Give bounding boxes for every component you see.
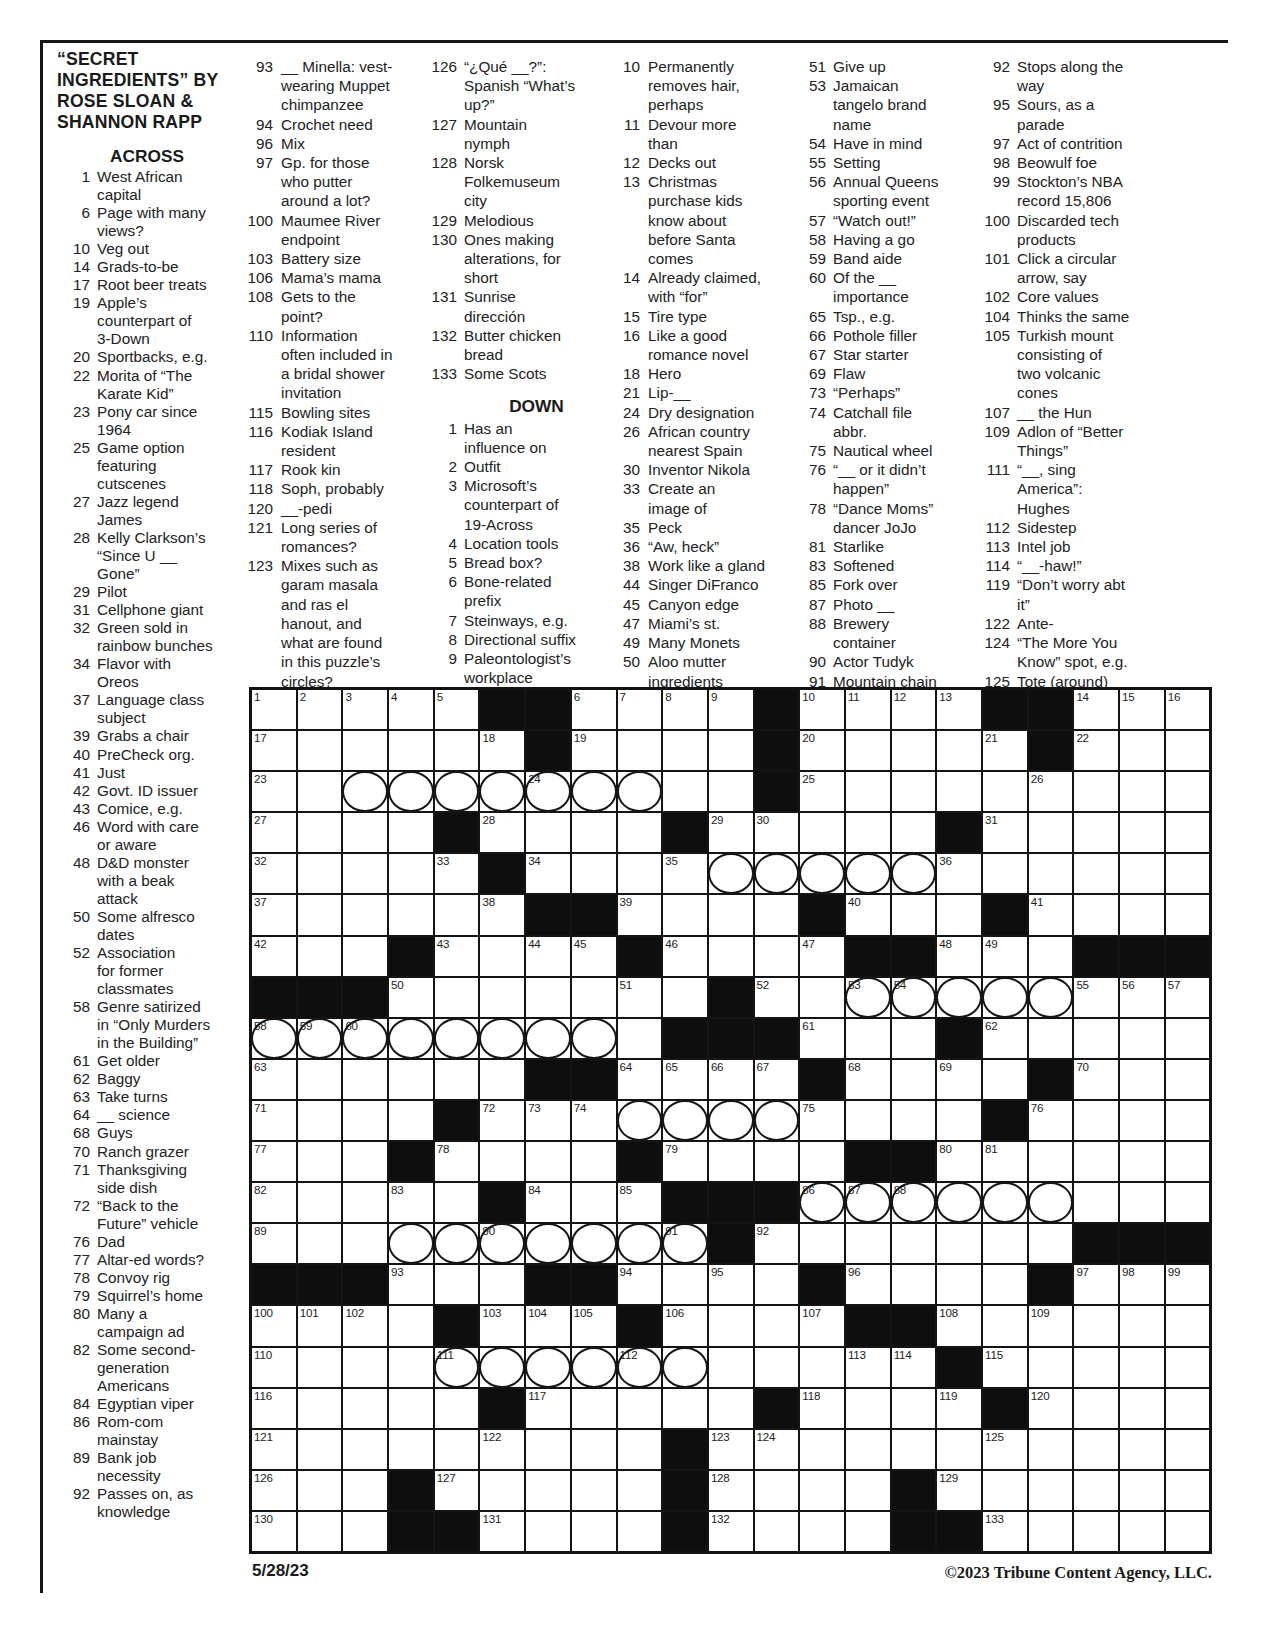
grid-cell-r15c16[interactable] — [937, 1265, 981, 1304]
grid-cell-r9c4[interactable] — [389, 1019, 433, 1058]
grid-cell-r1c2[interactable]: 2 — [298, 690, 342, 729]
grid-cell-r1c11[interactable]: 9 — [709, 690, 753, 729]
grid-cell-r4c14[interactable] — [846, 813, 890, 852]
grid-cell-r1c4[interactable]: 4 — [389, 690, 433, 729]
grid-cell-r18c3[interactable] — [343, 1389, 387, 1428]
grid-cell-r19c3[interactable] — [343, 1430, 387, 1469]
grid-cell-r8c7[interactable] — [526, 978, 570, 1017]
grid-cell-r8c18[interactable] — [1029, 978, 1073, 1017]
grid-cell-r5c11[interactable] — [709, 854, 753, 893]
grid-cell-r12c10[interactable]: 79 — [663, 1142, 707, 1181]
grid-cell-r17c17[interactable]: 115 — [983, 1348, 1027, 1387]
grid-cell-r9c6[interactable] — [480, 1019, 524, 1058]
grid-cell-r2c15[interactable] — [892, 731, 936, 770]
grid-cell-r16c12[interactable] — [755, 1306, 799, 1345]
grid-cell-r9c17[interactable]: 62 — [983, 1019, 1027, 1058]
grid-cell-r13c1[interactable]: 82 — [252, 1183, 296, 1222]
grid-cell-r20c3[interactable] — [343, 1471, 387, 1510]
grid-cell-r5c16[interactable]: 36 — [937, 854, 981, 893]
grid-cell-r17c21[interactable] — [1166, 1348, 1210, 1387]
grid-cell-r11c16[interactable] — [937, 1101, 981, 1140]
grid-cell-r10c10[interactable]: 65 — [663, 1060, 707, 1099]
grid-cell-r16c17[interactable] — [983, 1306, 1027, 1345]
grid-cell-r2c13[interactable]: 20 — [800, 731, 844, 770]
grid-cell-r9c18[interactable] — [1029, 1019, 1073, 1058]
grid-cell-r10c11[interactable]: 66 — [709, 1060, 753, 1099]
grid-cell-r1c9[interactable]: 7 — [618, 690, 662, 729]
grid-cell-r20c14[interactable] — [846, 1471, 890, 1510]
grid-cell-r16c13[interactable]: 107 — [800, 1306, 844, 1345]
grid-cell-r2c17[interactable]: 21 — [983, 731, 1027, 770]
grid-cell-r3c4[interactable] — [389, 772, 433, 811]
grid-cell-r16c3[interactable]: 102 — [343, 1306, 387, 1345]
grid-cell-r20c2[interactable] — [298, 1471, 342, 1510]
grid-cell-r19c6[interactable]: 122 — [480, 1430, 524, 1469]
grid-cell-r9c3[interactable]: 60 — [343, 1019, 387, 1058]
grid-cell-r13c13[interactable]: 86 — [800, 1183, 844, 1222]
grid-cell-r6c18[interactable]: 41 — [1029, 895, 1073, 934]
grid-cell-r15c12[interactable] — [755, 1265, 799, 1304]
grid-cell-r3c14[interactable] — [846, 772, 890, 811]
grid-cell-r12c19[interactable] — [1074, 1142, 1118, 1181]
grid-cell-r19c14[interactable] — [846, 1430, 890, 1469]
grid-cell-r21c18[interactable] — [1029, 1512, 1073, 1551]
grid-cell-r14c13[interactable] — [800, 1224, 844, 1263]
grid-cell-r8c6[interactable] — [480, 978, 524, 1017]
grid-cell-r11c21[interactable] — [1166, 1101, 1210, 1140]
grid-cell-r1c3[interactable]: 3 — [343, 690, 387, 729]
grid-cell-r11c18[interactable]: 76 — [1029, 1101, 1073, 1140]
grid-cell-r14c3[interactable] — [343, 1224, 387, 1263]
grid-cell-r19c16[interactable] — [937, 1430, 981, 1469]
grid-cell-r14c2[interactable] — [298, 1224, 342, 1263]
grid-cell-r18c13[interactable]: 118 — [800, 1389, 844, 1428]
grid-cell-r5c5[interactable]: 33 — [435, 854, 479, 893]
grid-cell-r20c1[interactable]: 126 — [252, 1471, 296, 1510]
grid-cell-r21c14[interactable] — [846, 1512, 890, 1551]
grid-cell-r11c6[interactable]: 72 — [480, 1101, 524, 1140]
grid-cell-r13c15[interactable]: 88 — [892, 1183, 936, 1222]
grid-cell-r21c7[interactable] — [526, 1512, 570, 1551]
grid-cell-r11c14[interactable] — [846, 1101, 890, 1140]
grid-cell-r3c17[interactable] — [983, 772, 1027, 811]
grid-cell-r7c11[interactable] — [709, 937, 753, 976]
grid-cell-r18c20[interactable] — [1120, 1389, 1164, 1428]
grid-cell-r20c5[interactable]: 127 — [435, 1471, 479, 1510]
grid-cell-r10c17[interactable] — [983, 1060, 1027, 1099]
grid-cell-r19c15[interactable] — [892, 1430, 936, 1469]
grid-cell-r8c21[interactable]: 57 — [1166, 978, 1210, 1017]
grid-cell-r1c15[interactable]: 12 — [892, 690, 936, 729]
grid-cell-r9c2[interactable]: 59 — [298, 1019, 342, 1058]
grid-cell-r20c8[interactable] — [572, 1471, 616, 1510]
grid-cell-r18c8[interactable] — [572, 1389, 616, 1428]
grid-cell-r18c9[interactable] — [618, 1389, 662, 1428]
grid-cell-r19c17[interactable]: 125 — [983, 1430, 1027, 1469]
grid-cell-r12c18[interactable] — [1029, 1142, 1073, 1181]
grid-cell-r3c10[interactable] — [663, 772, 707, 811]
grid-cell-r11c1[interactable]: 71 — [252, 1101, 296, 1140]
grid-cell-r16c16[interactable]: 108 — [937, 1306, 981, 1345]
grid-cell-r4c11[interactable]: 29 — [709, 813, 753, 852]
grid-cell-r5c9[interactable] — [618, 854, 662, 893]
grid-cell-r17c19[interactable] — [1074, 1348, 1118, 1387]
grid-cell-r6c2[interactable] — [298, 895, 342, 934]
grid-cell-r18c18[interactable]: 120 — [1029, 1389, 1073, 1428]
grid-cell-r13c18[interactable] — [1029, 1183, 1073, 1222]
grid-cell-r6c11[interactable] — [709, 895, 753, 934]
grid-cell-r13c3[interactable] — [343, 1183, 387, 1222]
grid-cell-r4c8[interactable] — [572, 813, 616, 852]
grid-cell-r18c19[interactable] — [1074, 1389, 1118, 1428]
grid-cell-r20c9[interactable] — [618, 1471, 662, 1510]
grid-cell-r18c21[interactable] — [1166, 1389, 1210, 1428]
crossword-grid[interactable]: 1234567891011121314151617181920212223242… — [249, 687, 1212, 1554]
grid-cell-r5c10[interactable]: 35 — [663, 854, 707, 893]
grid-cell-r6c10[interactable] — [663, 895, 707, 934]
grid-cell-r7c8[interactable]: 45 — [572, 937, 616, 976]
grid-cell-r7c5[interactable]: 43 — [435, 937, 479, 976]
grid-cell-r6c20[interactable] — [1120, 895, 1164, 934]
grid-cell-r4c18[interactable] — [1029, 813, 1073, 852]
grid-cell-r6c6[interactable]: 38 — [480, 895, 524, 934]
grid-cell-r2c11[interactable] — [709, 731, 753, 770]
grid-cell-r9c8[interactable] — [572, 1019, 616, 1058]
grid-cell-r10c9[interactable]: 64 — [618, 1060, 662, 1099]
grid-cell-r12c16[interactable]: 80 — [937, 1142, 981, 1181]
grid-cell-r15c17[interactable] — [983, 1265, 1027, 1304]
grid-cell-r18c5[interactable] — [435, 1389, 479, 1428]
grid-cell-r12c13[interactable] — [800, 1142, 844, 1181]
grid-cell-r8c20[interactable]: 56 — [1120, 978, 1164, 1017]
grid-cell-r15c20[interactable]: 98 — [1120, 1265, 1164, 1304]
grid-cell-r15c15[interactable] — [892, 1265, 936, 1304]
grid-cell-r16c20[interactable] — [1120, 1306, 1164, 1345]
grid-cell-r11c12[interactable] — [755, 1101, 799, 1140]
grid-cell-r9c5[interactable] — [435, 1019, 479, 1058]
grid-cell-r10c5[interactable] — [435, 1060, 479, 1099]
grid-cell-r6c16[interactable] — [937, 895, 981, 934]
grid-cell-r1c21[interactable]: 16 — [1166, 690, 1210, 729]
grid-cell-r3c20[interactable] — [1120, 772, 1164, 811]
grid-cell-r3c3[interactable] — [343, 772, 387, 811]
grid-cell-r15c9[interactable]: 94 — [618, 1265, 662, 1304]
grid-cell-r17c15[interactable]: 114 — [892, 1348, 936, 1387]
grid-cell-r1c13[interactable]: 10 — [800, 690, 844, 729]
grid-cell-r13c4[interactable]: 83 — [389, 1183, 433, 1222]
grid-cell-r11c13[interactable]: 75 — [800, 1101, 844, 1140]
grid-cell-r6c14[interactable]: 40 — [846, 895, 890, 934]
grid-cell-r19c12[interactable]: 124 — [755, 1430, 799, 1469]
grid-cell-r3c1[interactable]: 23 — [252, 772, 296, 811]
grid-cell-r20c19[interactable] — [1074, 1471, 1118, 1510]
grid-cell-r18c14[interactable] — [846, 1389, 890, 1428]
grid-cell-r4c19[interactable] — [1074, 813, 1118, 852]
grid-cell-r10c1[interactable]: 63 — [252, 1060, 296, 1099]
grid-cell-r7c10[interactable]: 46 — [663, 937, 707, 976]
grid-cell-r16c2[interactable]: 101 — [298, 1306, 342, 1345]
grid-cell-r4c1[interactable]: 27 — [252, 813, 296, 852]
grid-cell-r13c9[interactable]: 85 — [618, 1183, 662, 1222]
grid-cell-r18c4[interactable] — [389, 1389, 433, 1428]
grid-cell-r5c7[interactable]: 34 — [526, 854, 570, 893]
grid-cell-r17c3[interactable] — [343, 1348, 387, 1387]
grid-cell-r14c10[interactable]: 91 — [663, 1224, 707, 1263]
grid-cell-r19c13[interactable] — [800, 1430, 844, 1469]
grid-cell-r8c5[interactable] — [435, 978, 479, 1017]
grid-cell-r7c13[interactable]: 47 — [800, 937, 844, 976]
grid-cell-r9c19[interactable] — [1074, 1019, 1118, 1058]
grid-cell-r14c17[interactable] — [983, 1224, 1027, 1263]
grid-cell-r5c15[interactable] — [892, 854, 936, 893]
grid-cell-r12c5[interactable]: 78 — [435, 1142, 479, 1181]
grid-cell-r19c11[interactable]: 123 — [709, 1430, 753, 1469]
grid-cell-r16c11[interactable] — [709, 1306, 753, 1345]
grid-cell-r19c1[interactable]: 121 — [252, 1430, 296, 1469]
grid-cell-r5c8[interactable] — [572, 854, 616, 893]
grid-cell-r12c11[interactable] — [709, 1142, 753, 1181]
grid-cell-r4c4[interactable] — [389, 813, 433, 852]
grid-cell-r14c7[interactable] — [526, 1224, 570, 1263]
grid-cell-r20c21[interactable] — [1166, 1471, 1210, 1510]
grid-cell-r9c1[interactable]: 58 — [252, 1019, 296, 1058]
grid-cell-r1c19[interactable]: 14 — [1074, 690, 1118, 729]
grid-cell-r5c21[interactable] — [1166, 854, 1210, 893]
grid-cell-r3c21[interactable] — [1166, 772, 1210, 811]
grid-cell-r15c14[interactable]: 96 — [846, 1265, 890, 1304]
grid-cell-r10c20[interactable] — [1120, 1060, 1164, 1099]
grid-cell-r9c20[interactable] — [1120, 1019, 1164, 1058]
grid-cell-r14c16[interactable] — [937, 1224, 981, 1263]
grid-cell-r16c4[interactable] — [389, 1306, 433, 1345]
grid-cell-r17c4[interactable] — [389, 1348, 433, 1387]
grid-cell-r5c12[interactable] — [755, 854, 799, 893]
grid-cell-r8c12[interactable]: 52 — [755, 978, 799, 1017]
grid-cell-r4c13[interactable] — [800, 813, 844, 852]
grid-cell-r20c12[interactable] — [755, 1471, 799, 1510]
grid-cell-r14c18[interactable] — [1029, 1224, 1073, 1263]
grid-cell-r3c16[interactable] — [937, 772, 981, 811]
grid-cell-r13c5[interactable] — [435, 1183, 479, 1222]
grid-cell-r15c11[interactable]: 95 — [709, 1265, 753, 1304]
grid-cell-r17c7[interactable] — [526, 1348, 570, 1387]
grid-cell-r9c15[interactable] — [892, 1019, 936, 1058]
grid-cell-r8c15[interactable]: 54 — [892, 978, 936, 1017]
grid-cell-r14c5[interactable] — [435, 1224, 479, 1263]
grid-cell-r21c13[interactable] — [800, 1512, 844, 1551]
grid-cell-r9c21[interactable] — [1166, 1019, 1210, 1058]
grid-cell-r7c1[interactable]: 42 — [252, 937, 296, 976]
grid-cell-r5c19[interactable] — [1074, 854, 1118, 893]
grid-cell-r20c17[interactable] — [983, 1471, 1027, 1510]
grid-cell-r10c4[interactable] — [389, 1060, 433, 1099]
grid-cell-r21c8[interactable] — [572, 1512, 616, 1551]
grid-cell-r17c2[interactable] — [298, 1348, 342, 1387]
grid-cell-r20c13[interactable] — [800, 1471, 844, 1510]
grid-cell-r21c21[interactable] — [1166, 1512, 1210, 1551]
grid-cell-r6c19[interactable] — [1074, 895, 1118, 934]
grid-cell-r11c19[interactable] — [1074, 1101, 1118, 1140]
grid-cell-r3c5[interactable] — [435, 772, 479, 811]
grid-cell-r6c3[interactable] — [343, 895, 387, 934]
grid-cell-r10c19[interactable]: 70 — [1074, 1060, 1118, 1099]
grid-cell-r2c1[interactable]: 17 — [252, 731, 296, 770]
grid-cell-r8c10[interactable] — [663, 978, 707, 1017]
grid-cell-r2c4[interactable] — [389, 731, 433, 770]
grid-cell-r11c11[interactable] — [709, 1101, 753, 1140]
grid-cell-r16c1[interactable]: 100 — [252, 1306, 296, 1345]
grid-cell-r7c17[interactable]: 49 — [983, 937, 1027, 976]
grid-cell-r12c21[interactable] — [1166, 1142, 1210, 1181]
grid-cell-r9c13[interactable]: 61 — [800, 1019, 844, 1058]
grid-cell-r16c7[interactable]: 104 — [526, 1306, 570, 1345]
grid-cell-r15c21[interactable]: 99 — [1166, 1265, 1210, 1304]
grid-cell-r14c14[interactable] — [846, 1224, 890, 1263]
grid-cell-r4c7[interactable] — [526, 813, 570, 852]
grid-cell-r20c7[interactable] — [526, 1471, 570, 1510]
grid-cell-r16c10[interactable]: 106 — [663, 1306, 707, 1345]
grid-cell-r19c19[interactable] — [1074, 1430, 1118, 1469]
grid-cell-r19c8[interactable] — [572, 1430, 616, 1469]
grid-cell-r11c15[interactable] — [892, 1101, 936, 1140]
grid-cell-r18c16[interactable]: 119 — [937, 1389, 981, 1428]
grid-cell-r8c8[interactable] — [572, 978, 616, 1017]
grid-cell-r21c19[interactable] — [1074, 1512, 1118, 1551]
grid-cell-r12c8[interactable] — [572, 1142, 616, 1181]
grid-cell-r2c19[interactable]: 22 — [1074, 731, 1118, 770]
grid-cell-r18c15[interactable] — [892, 1389, 936, 1428]
grid-cell-r2c3[interactable] — [343, 731, 387, 770]
grid-cell-r3c8[interactable] — [572, 772, 616, 811]
grid-cell-r7c18[interactable] — [1029, 937, 1073, 976]
grid-cell-r2c5[interactable] — [435, 731, 479, 770]
grid-cell-r19c7[interactable] — [526, 1430, 570, 1469]
grid-cell-r13c21[interactable] — [1166, 1183, 1210, 1222]
grid-cell-r19c9[interactable] — [618, 1430, 662, 1469]
grid-cell-r20c6[interactable] — [480, 1471, 524, 1510]
grid-cell-r11c10[interactable] — [663, 1101, 707, 1140]
grid-cell-r5c4[interactable] — [389, 854, 433, 893]
grid-cell-r4c21[interactable] — [1166, 813, 1210, 852]
grid-cell-r6c1[interactable]: 37 — [252, 895, 296, 934]
grid-cell-r2c8[interactable]: 19 — [572, 731, 616, 770]
grid-cell-r21c1[interactable]: 130 — [252, 1512, 296, 1551]
grid-cell-r4c15[interactable] — [892, 813, 936, 852]
grid-cell-r3c9[interactable] — [618, 772, 662, 811]
grid-cell-r10c6[interactable] — [480, 1060, 524, 1099]
grid-cell-r14c4[interactable] — [389, 1224, 433, 1263]
grid-cell-r7c7[interactable]: 44 — [526, 937, 570, 976]
grid-cell-r3c18[interactable]: 26 — [1029, 772, 1073, 811]
grid-cell-r3c6[interactable] — [480, 772, 524, 811]
grid-cell-r6c21[interactable] — [1166, 895, 1210, 934]
grid-cell-r8c17[interactable] — [983, 978, 1027, 1017]
grid-cell-r14c6[interactable]: 90 — [480, 1224, 524, 1263]
grid-cell-r11c9[interactable] — [618, 1101, 662, 1140]
grid-cell-r17c14[interactable]: 113 — [846, 1348, 890, 1387]
grid-cell-r1c10[interactable]: 8 — [663, 690, 707, 729]
grid-cell-r12c7[interactable] — [526, 1142, 570, 1181]
grid-cell-r19c5[interactable] — [435, 1430, 479, 1469]
grid-cell-r3c11[interactable] — [709, 772, 753, 811]
grid-cell-r18c2[interactable] — [298, 1389, 342, 1428]
grid-cell-r3c15[interactable] — [892, 772, 936, 811]
grid-cell-r14c12[interactable]: 92 — [755, 1224, 799, 1263]
grid-cell-r5c14[interactable] — [846, 854, 890, 893]
grid-cell-r21c6[interactable]: 131 — [480, 1512, 524, 1551]
grid-cell-r16c8[interactable]: 105 — [572, 1306, 616, 1345]
grid-cell-r16c19[interactable] — [1074, 1306, 1118, 1345]
grid-cell-r1c16[interactable]: 13 — [937, 690, 981, 729]
grid-cell-r6c4[interactable] — [389, 895, 433, 934]
grid-cell-r12c17[interactable]: 81 — [983, 1142, 1027, 1181]
grid-cell-r1c14[interactable]: 11 — [846, 690, 890, 729]
grid-cell-r21c17[interactable]: 133 — [983, 1512, 1027, 1551]
grid-cell-r13c20[interactable] — [1120, 1183, 1164, 1222]
grid-cell-r13c16[interactable] — [937, 1183, 981, 1222]
grid-cell-r17c13[interactable] — [800, 1348, 844, 1387]
grid-cell-r14c1[interactable]: 89 — [252, 1224, 296, 1263]
grid-cell-r4c3[interactable] — [343, 813, 387, 852]
grid-cell-r10c16[interactable]: 69 — [937, 1060, 981, 1099]
grid-cell-r2c16[interactable] — [937, 731, 981, 770]
grid-cell-r3c13[interactable]: 25 — [800, 772, 844, 811]
grid-cell-r13c19[interactable] — [1074, 1183, 1118, 1222]
grid-cell-r15c19[interactable]: 97 — [1074, 1265, 1118, 1304]
grid-cell-r10c15[interactable] — [892, 1060, 936, 1099]
grid-cell-r2c14[interactable] — [846, 731, 890, 770]
grid-cell-r8c16[interactable] — [937, 978, 981, 1017]
grid-cell-r21c2[interactable] — [298, 1512, 342, 1551]
grid-cell-r12c1[interactable]: 77 — [252, 1142, 296, 1181]
grid-cell-r8c4[interactable]: 50 — [389, 978, 433, 1017]
grid-cell-r17c18[interactable] — [1029, 1348, 1073, 1387]
grid-cell-r17c12[interactable] — [755, 1348, 799, 1387]
grid-cell-r20c11[interactable]: 128 — [709, 1471, 753, 1510]
grid-cell-r10c2[interactable] — [298, 1060, 342, 1099]
grid-cell-r17c10[interactable] — [663, 1348, 707, 1387]
grid-cell-r15c4[interactable]: 93 — [389, 1265, 433, 1304]
grid-cell-r16c21[interactable] — [1166, 1306, 1210, 1345]
grid-cell-r14c8[interactable] — [572, 1224, 616, 1263]
grid-cell-r5c20[interactable] — [1120, 854, 1164, 893]
grid-cell-r5c1[interactable]: 32 — [252, 854, 296, 893]
grid-cell-r21c20[interactable] — [1120, 1512, 1164, 1551]
grid-cell-r9c9[interactable] — [618, 1019, 662, 1058]
grid-cell-r19c20[interactable] — [1120, 1430, 1164, 1469]
grid-cell-r15c5[interactable] — [435, 1265, 479, 1304]
grid-cell-r6c5[interactable] — [435, 895, 479, 934]
grid-cell-r2c10[interactable] — [663, 731, 707, 770]
grid-cell-r1c5[interactable]: 5 — [435, 690, 479, 729]
grid-cell-r13c17[interactable] — [983, 1183, 1027, 1222]
grid-cell-r3c7[interactable]: 24 — [526, 772, 570, 811]
grid-cell-r2c21[interactable] — [1166, 731, 1210, 770]
grid-cell-r10c3[interactable] — [343, 1060, 387, 1099]
grid-cell-r1c1[interactable]: 1 — [252, 690, 296, 729]
grid-cell-r16c6[interactable]: 103 — [480, 1306, 524, 1345]
grid-cell-r8c14[interactable]: 53 — [846, 978, 890, 1017]
grid-cell-r7c6[interactable] — [480, 937, 524, 976]
grid-cell-r13c8[interactable] — [572, 1183, 616, 1222]
grid-cell-r10c21[interactable] — [1166, 1060, 1210, 1099]
grid-cell-r19c2[interactable] — [298, 1430, 342, 1469]
grid-cell-r5c2[interactable] — [298, 854, 342, 893]
grid-cell-r12c6[interactable] — [480, 1142, 524, 1181]
grid-cell-r12c2[interactable] — [298, 1142, 342, 1181]
grid-cell-r17c11[interactable] — [709, 1348, 753, 1387]
grid-cell-r20c18[interactable] — [1029, 1471, 1073, 1510]
